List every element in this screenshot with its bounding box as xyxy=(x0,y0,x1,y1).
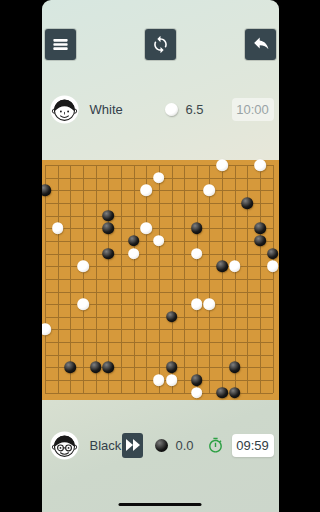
grid-line xyxy=(184,165,185,393)
black-stone xyxy=(102,210,114,222)
black-stone xyxy=(166,362,178,374)
black-stone xyxy=(254,222,266,234)
white-stone xyxy=(77,298,89,310)
white-stone xyxy=(153,374,165,386)
white-stone xyxy=(166,374,178,386)
grid-line xyxy=(235,165,236,393)
white-stone xyxy=(191,248,203,260)
undo-arrow-icon xyxy=(251,35,270,54)
grid-line xyxy=(45,292,273,293)
black-stone xyxy=(216,387,228,399)
black-stone xyxy=(229,362,241,374)
white-stone xyxy=(77,260,89,272)
white-clock: 10:00 xyxy=(232,98,274,121)
toolbar xyxy=(42,29,279,60)
white-stone xyxy=(128,248,140,260)
grid-line xyxy=(172,165,173,393)
white-stone xyxy=(52,222,64,234)
white-komi-value: 6.5 xyxy=(185,102,203,117)
grid-line xyxy=(45,279,273,280)
grid-line xyxy=(260,165,261,393)
hamburger-icon xyxy=(51,35,70,54)
grid-line xyxy=(45,317,273,318)
white-stone xyxy=(267,260,279,272)
black-stone xyxy=(128,235,140,247)
fast-forward-icon xyxy=(126,439,140,451)
white-stone-icon xyxy=(165,103,178,116)
go-app-screen: White 6.5 10:00 Black xyxy=(42,0,279,512)
grid-line xyxy=(45,342,273,343)
black-stone xyxy=(102,222,114,234)
grid-line xyxy=(197,165,198,393)
white-stone xyxy=(216,159,228,171)
white-player-row: White 6.5 10:00 xyxy=(42,94,279,124)
black-stone xyxy=(65,362,77,374)
white-stone xyxy=(42,324,51,336)
stopwatch-icon xyxy=(207,437,224,454)
white-stone xyxy=(191,387,203,399)
black-stone xyxy=(254,235,266,247)
go-board[interactable] xyxy=(42,160,279,400)
black-stone xyxy=(166,311,178,323)
sync-icon xyxy=(151,35,170,54)
white-stone xyxy=(229,260,241,272)
black-captures-value: 0.0 xyxy=(175,438,193,453)
black-stone xyxy=(242,197,254,209)
grid-line xyxy=(209,165,210,393)
black-player-name: Black xyxy=(90,438,122,453)
grid-line xyxy=(222,165,223,393)
undo-button[interactable] xyxy=(245,29,276,60)
black-stone xyxy=(191,374,203,386)
fast-forward-button[interactable] xyxy=(122,433,143,458)
black-stone xyxy=(229,387,241,399)
white-stone xyxy=(153,235,165,247)
grid-line xyxy=(273,165,274,393)
grid-line xyxy=(45,329,273,330)
restart-button[interactable] xyxy=(145,29,176,60)
white-player-avatar xyxy=(50,95,79,124)
black-stone xyxy=(191,222,203,234)
white-stone xyxy=(254,159,266,171)
black-stone xyxy=(102,362,114,374)
black-stone xyxy=(267,248,279,260)
black-stone-icon xyxy=(155,439,168,452)
home-indicator[interactable] xyxy=(119,503,202,507)
menu-button[interactable] xyxy=(45,29,76,60)
black-player-avatar xyxy=(50,431,79,460)
white-stone xyxy=(204,185,216,197)
white-stone xyxy=(140,222,152,234)
white-stone xyxy=(204,298,216,310)
black-stone xyxy=(90,362,102,374)
black-stone xyxy=(42,185,51,197)
white-player-name: White xyxy=(90,102,123,117)
white-stone xyxy=(153,172,165,184)
grid-line xyxy=(45,355,273,356)
black-stone xyxy=(216,260,228,272)
black-player-row: Black 0.0 09:59 xyxy=(42,430,279,460)
white-stone xyxy=(140,185,152,197)
black-stone xyxy=(102,248,114,260)
white-stone xyxy=(191,298,203,310)
black-clock: 09:59 xyxy=(232,434,274,457)
